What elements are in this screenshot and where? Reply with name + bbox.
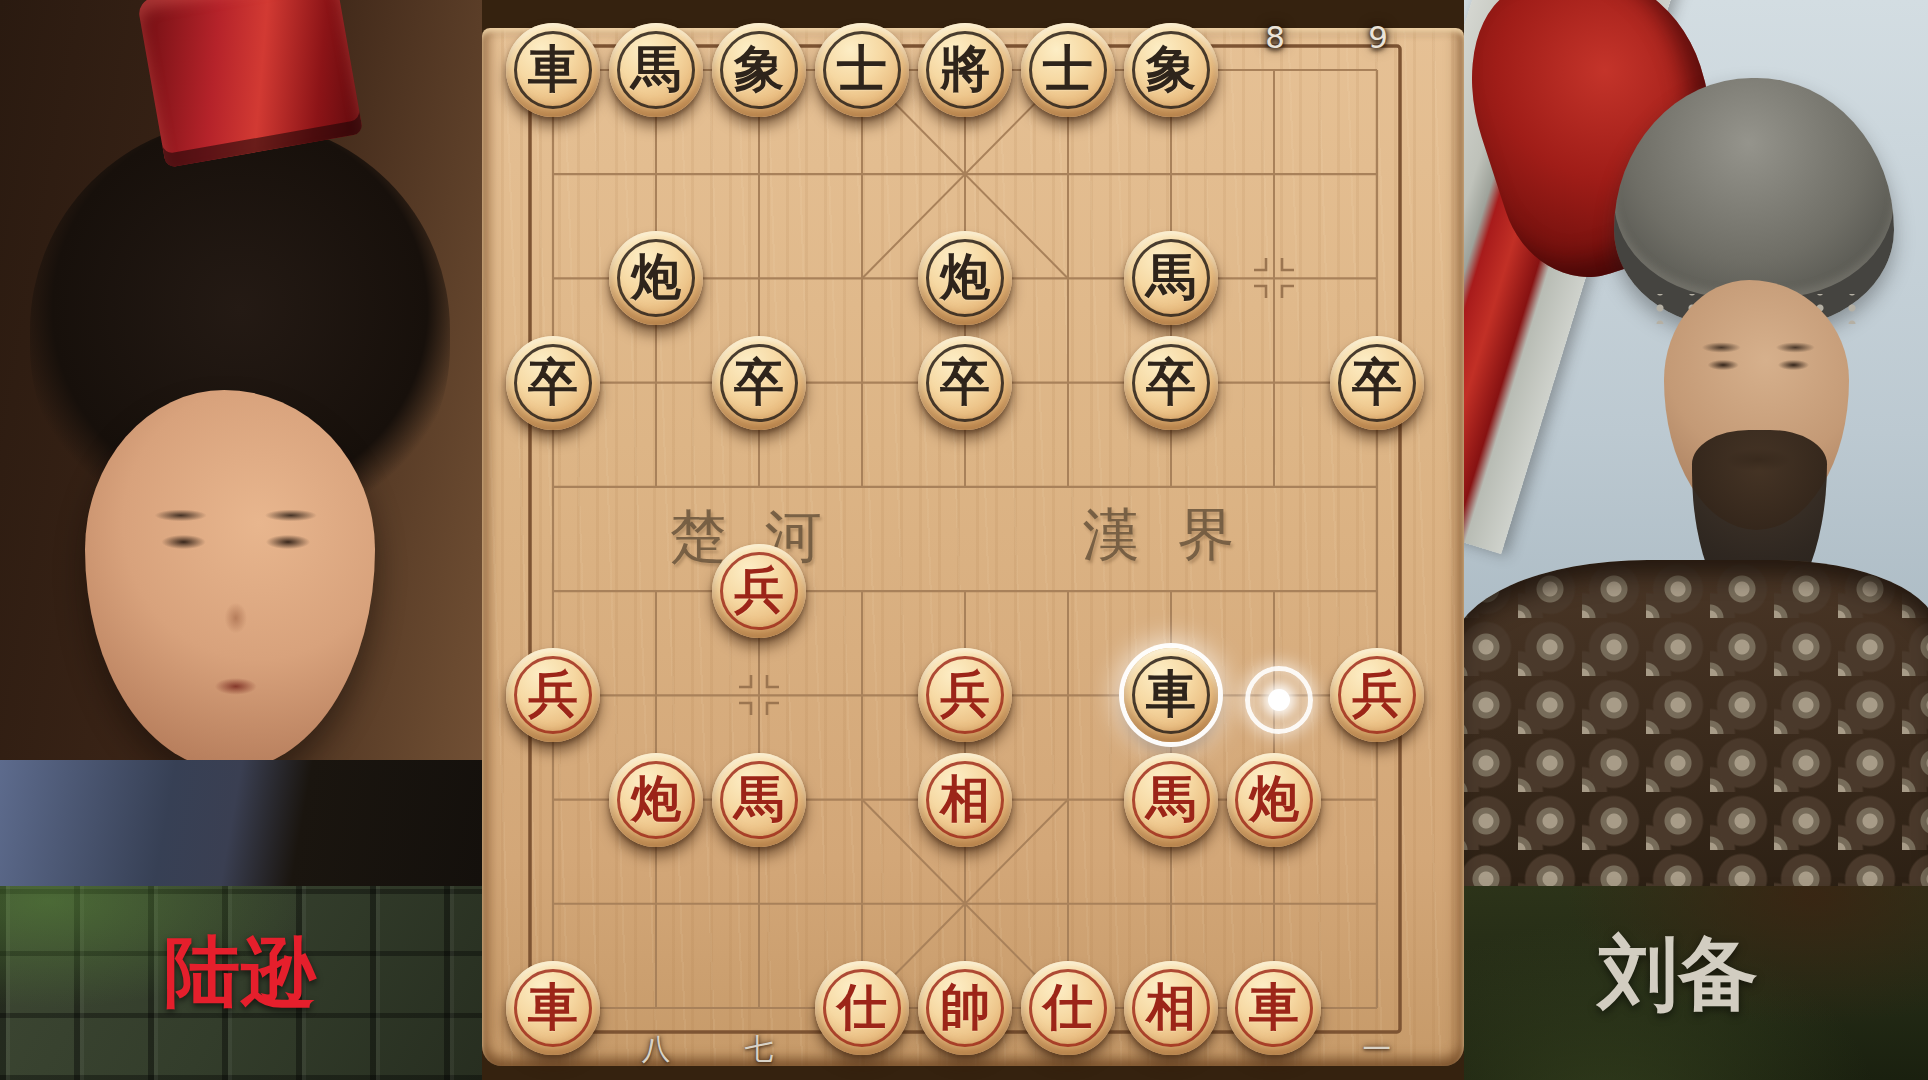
piece-red-車[interactable]: 車 (1227, 961, 1321, 1055)
piece-black-炮[interactable]: 炮 (918, 231, 1012, 325)
piece-red-兵[interactable]: 兵 (918, 648, 1012, 742)
xiangqi-board[interactable]: 楚河漢界89八七一 車 馬 象 士 將 士 象 炮 炮 馬 卒 卒 卒 卒 卒 … (482, 0, 1464, 1080)
left-player-face (85, 390, 375, 770)
piece-red-相[interactable]: 相 (1124, 961, 1218, 1055)
river-label-right: 漢界 (1064, 506, 1273, 563)
point-marker (731, 667, 787, 723)
left-name-plate: 陆逊 (0, 886, 482, 1080)
piece-red-車[interactable]: 車 (506, 961, 600, 1055)
right-player-armor (1464, 560, 1928, 890)
piece-black-馬[interactable]: 馬 (609, 23, 703, 117)
file-label-bottom: 七 (745, 1035, 774, 1064)
piece-black-卒[interactable]: 卒 (1124, 336, 1218, 430)
piece-black-象[interactable]: 象 (1124, 23, 1218, 117)
left-player-name: 陆逊 (164, 934, 316, 1010)
right-player-name: 刘备 (1598, 934, 1758, 1014)
piece-red-兵[interactable]: 兵 (1330, 648, 1424, 742)
piece-black-車[interactable]: 車 (1124, 648, 1218, 742)
piece-red-帥[interactable]: 帥 (918, 961, 1012, 1055)
piece-black-將[interactable]: 將 (918, 23, 1012, 117)
piece-black-士[interactable]: 士 (1021, 23, 1115, 117)
left-player-robe (0, 760, 482, 890)
piece-red-仕[interactable]: 仕 (815, 961, 909, 1055)
file-label-top-9: 9 (1368, 22, 1388, 53)
piece-black-馬[interactable]: 馬 (1124, 231, 1218, 325)
piece-black-士[interactable]: 士 (815, 23, 909, 117)
left-player-photo: 陆逊 (0, 0, 482, 1080)
piece-red-相[interactable]: 相 (918, 753, 1012, 847)
file-label-top-8: 8 (1265, 22, 1285, 53)
file-label-bottom: 一 (1363, 1035, 1392, 1064)
piece-black-卒[interactable]: 卒 (918, 336, 1012, 430)
right-name-plate: 刘备 (1464, 886, 1928, 1080)
board-grid (482, 0, 1464, 1080)
piece-red-兵[interactable]: 兵 (506, 648, 600, 742)
game-screen: 陆逊 楚河漢界89八七一 車 馬 象 士 將 士 象 炮 炮 馬 卒 卒 卒 卒 (0, 0, 1928, 1080)
point-marker (1246, 250, 1302, 306)
piece-red-兵[interactable]: 兵 (712, 544, 806, 638)
piece-red-馬[interactable]: 馬 (712, 753, 806, 847)
piece-red-仕[interactable]: 仕 (1021, 961, 1115, 1055)
piece-red-炮[interactable]: 炮 (609, 753, 703, 847)
piece-red-炮[interactable]: 炮 (1227, 753, 1321, 847)
piece-black-車[interactable]: 車 (506, 23, 600, 117)
piece-black-卒[interactable]: 卒 (712, 336, 806, 430)
file-label-bottom: 八 (642, 1035, 671, 1064)
piece-black-卒[interactable]: 卒 (506, 336, 600, 430)
piece-black-卒[interactable]: 卒 (1330, 336, 1424, 430)
right-player-photo: 刘备 (1464, 0, 1928, 1080)
piece-black-炮[interactable]: 炮 (609, 231, 703, 325)
move-cursor (1245, 666, 1313, 734)
piece-red-馬[interactable]: 馬 (1124, 753, 1218, 847)
piece-black-象[interactable]: 象 (712, 23, 806, 117)
